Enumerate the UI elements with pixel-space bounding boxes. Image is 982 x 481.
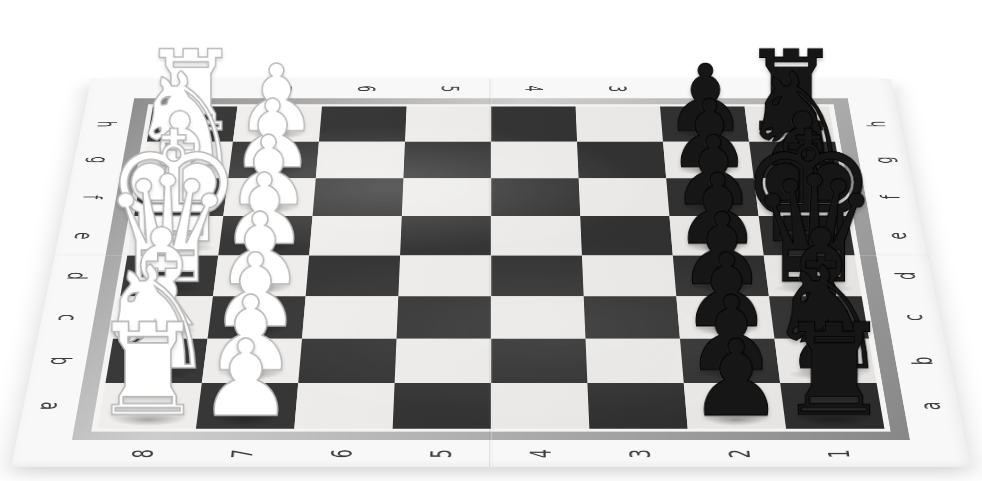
- rank-label-text: 8: [128, 449, 158, 458]
- file-label-text: b: [908, 357, 937, 365]
- square-a1: ♜: [780, 383, 884, 429]
- square-c3: [584, 296, 680, 338]
- square-h6: [319, 106, 407, 141]
- rank-label-text: 3: [625, 449, 654, 458]
- square-g4: [491, 142, 579, 179]
- rank-label-top-5: 5: [407, 79, 491, 98]
- black-rook-piece: ♜: [777, 319, 891, 421]
- file-label-right-b: b: [892, 339, 954, 383]
- square-d5: [398, 255, 491, 296]
- rank-label-bottom-2: 2: [689, 440, 791, 467]
- square-d4: [491, 255, 584, 296]
- rank-label-bottom-7: 7: [191, 440, 293, 467]
- square-b6: [298, 339, 396, 383]
- square-a8: ♜: [98, 383, 202, 429]
- file-label-text: d: [62, 272, 90, 280]
- square-f6: [313, 178, 404, 216]
- square-f3: [579, 178, 670, 216]
- square-a4: [491, 383, 589, 429]
- black-pawn-piece: ♟: [689, 337, 784, 422]
- square-h4: [491, 106, 577, 141]
- file-label-text: a: [916, 402, 946, 410]
- file-label-text: c: [54, 314, 82, 321]
- square-f5: [402, 178, 491, 216]
- rank-label-text: 5: [437, 85, 461, 91]
- rank-label-text: 4: [526, 449, 555, 458]
- rank-label-top-6: 6: [323, 79, 408, 98]
- file-label-text: c: [900, 314, 928, 321]
- file-label-left-c: c: [37, 296, 98, 338]
- rank-label-bottom-3: 3: [590, 440, 691, 467]
- square-e3: [580, 216, 673, 255]
- chessboard: ♜♟♟♜♞♟♟♞♝♟♟♝♚♟♟♚♛♟♟♛♝♟♟♝♞♟♟♞♜♟♟♜ 8765432…: [11, 79, 971, 467]
- square-a5: [393, 383, 491, 429]
- labels-bottom: 87654321: [91, 440, 891, 467]
- square-b4: [491, 339, 587, 383]
- square-f4: [491, 178, 580, 216]
- square-c4: [491, 296, 585, 338]
- white-pawn-piece: ♟: [198, 337, 293, 422]
- rank-label-top-3: 3: [574, 79, 659, 98]
- square-a6: [294, 383, 394, 429]
- file-label-right-c: c: [884, 296, 945, 338]
- square-g6: [316, 142, 405, 179]
- square-e6: [309, 216, 402, 255]
- rank-label-text: 1: [824, 449, 854, 458]
- rank-label-bottom-1: 1: [788, 440, 891, 467]
- rank-label-bottom-5: 5: [391, 440, 491, 467]
- file-label-right-a: a: [900, 383, 963, 429]
- square-b3: [585, 339, 683, 383]
- square-c6: [302, 296, 398, 338]
- rank-label-text: 5: [427, 449, 456, 458]
- square-a7: ♟: [196, 383, 298, 429]
- square-h5: [405, 106, 491, 141]
- square-d3: [582, 255, 676, 296]
- rank-label-text: 2: [725, 449, 755, 458]
- rank-label-text: 3: [604, 85, 629, 91]
- square-e4: [491, 216, 582, 255]
- square-a3: [587, 383, 687, 429]
- white-rook-piece: ♜: [91, 319, 205, 421]
- file-label-text: f: [877, 195, 903, 199]
- rank-label-bottom-4: 4: [491, 440, 591, 467]
- square-e5: [400, 216, 491, 255]
- square-h3: [576, 106, 664, 141]
- photo-background: ♜♟♟♜♞♟♟♞♝♟♟♝♚♟♟♚♛♟♟♛♝♟♟♝♞♟♟♞♜♟♟♜ 8765432…: [0, 0, 982, 481]
- rank-label-top-4: 4: [491, 79, 575, 98]
- file-label-text: b: [45, 357, 74, 365]
- square-g5: [403, 142, 491, 179]
- file-label-left-a: a: [19, 383, 82, 429]
- rank-label-bottom-8: 8: [91, 440, 194, 467]
- rank-label-text: 6: [327, 449, 356, 458]
- rank-label-bottom-6: 6: [291, 440, 392, 467]
- file-label-left-b: b: [28, 339, 90, 383]
- square-c5: [397, 296, 491, 338]
- file-label-text: a: [36, 402, 66, 410]
- square-a2: ♟: [684, 383, 786, 429]
- rank-label-text: 6: [353, 85, 378, 91]
- board-paper: ♜♟♟♜♞♟♟♞♝♟♟♝♚♟♟♚♛♟♟♛♝♟♟♝♞♟♟♞♜♟♟♜ 8765432…: [11, 79, 971, 467]
- board-grid: ♜♟♟♜♞♟♟♞♝♟♟♝♚♟♟♚♛♟♟♛♝♟♟♝♞♟♟♞♜♟♟♜: [98, 106, 885, 428]
- rank-label-text: 7: [228, 449, 258, 458]
- rank-label-text: 4: [521, 85, 545, 91]
- square-g3: [577, 142, 666, 179]
- square-b5: [395, 339, 491, 383]
- file-label-text: d: [892, 272, 920, 280]
- square-d6: [306, 255, 400, 296]
